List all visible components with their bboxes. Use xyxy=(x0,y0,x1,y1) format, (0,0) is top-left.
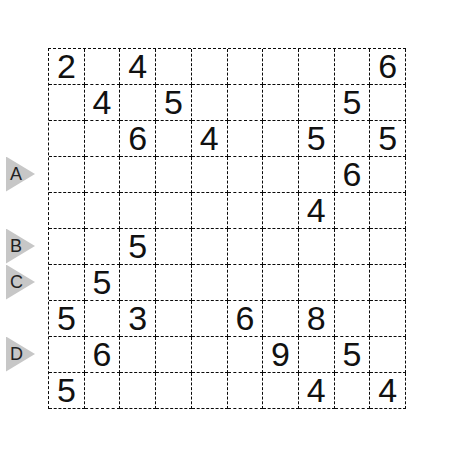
cell-r9c8[interactable] xyxy=(299,337,335,373)
answer-arrow-label: B xyxy=(10,237,22,255)
given-digit: 4 xyxy=(307,373,326,407)
cell-r7c7[interactable] xyxy=(263,265,299,301)
cell-r6c8[interactable] xyxy=(299,229,335,265)
cell-r9c10[interactable] xyxy=(370,337,406,373)
cell-r4c5[interactable] xyxy=(192,157,228,193)
cell-r7c2: 5 xyxy=(85,265,121,301)
given-digit: 5 xyxy=(128,229,147,263)
cell-r4c3[interactable] xyxy=(120,157,156,193)
cell-r1c1: 2 xyxy=(49,49,85,85)
cell-r10c6[interactable] xyxy=(228,373,264,409)
cell-r8c5[interactable] xyxy=(192,301,228,337)
cell-r1c4[interactable] xyxy=(156,49,192,85)
cell-r3c8: 5 xyxy=(299,121,335,157)
cell-r8c6: 6 xyxy=(228,301,264,337)
cell-r3c4[interactable] xyxy=(156,121,192,157)
cell-r9c7: 9 xyxy=(263,337,299,373)
cell-r2c2: 4 xyxy=(85,85,121,121)
cell-r8c1: 5 xyxy=(49,301,85,337)
cell-r7c9[interactable] xyxy=(335,265,371,301)
cell-r2c4: 5 xyxy=(156,85,192,121)
cell-r10c9[interactable] xyxy=(335,373,371,409)
cell-r2c9: 5 xyxy=(335,85,371,121)
cell-r3c9[interactable] xyxy=(335,121,371,157)
cell-r6c6[interactable] xyxy=(228,229,264,265)
cell-r3c10: 5 xyxy=(370,121,406,157)
cell-r9c6[interactable] xyxy=(228,337,264,373)
cell-r4c8[interactable] xyxy=(299,157,335,193)
cell-r1c8[interactable] xyxy=(299,49,335,85)
cell-r3c3: 6 xyxy=(120,121,156,157)
cell-r5c5[interactable] xyxy=(192,193,228,229)
cell-r3c6[interactable] xyxy=(228,121,264,157)
cell-r4c1[interactable] xyxy=(49,157,85,193)
given-digit: 4 xyxy=(307,193,326,227)
cell-r4c2[interactable] xyxy=(85,157,121,193)
given-digit: 2 xyxy=(57,49,76,83)
cell-r2c1[interactable] xyxy=(49,85,85,121)
cell-r5c2[interactable] xyxy=(85,193,121,229)
given-digit: 5 xyxy=(342,85,361,119)
given-digit: 6 xyxy=(235,301,254,335)
cell-r6c10[interactable] xyxy=(370,229,406,265)
given-digit: 4 xyxy=(378,373,397,407)
cell-r8c3: 3 xyxy=(120,301,156,337)
cell-r5c7[interactable] xyxy=(263,193,299,229)
cell-r9c4[interactable] xyxy=(156,337,192,373)
cell-r9c3[interactable] xyxy=(120,337,156,373)
cell-r8c8: 8 xyxy=(299,301,335,337)
cell-r4c9: 6 xyxy=(335,157,371,193)
given-digit: 4 xyxy=(200,121,219,155)
cell-r5c3[interactable] xyxy=(120,193,156,229)
cell-r6c7[interactable] xyxy=(263,229,299,265)
puzzle-canvas: 246455645564555368695544 ABCD xyxy=(0,0,452,457)
cell-r10c7[interactable] xyxy=(263,373,299,409)
cell-r10c3[interactable] xyxy=(120,373,156,409)
cell-r9c9: 5 xyxy=(335,337,371,373)
given-digit: 5 xyxy=(342,337,361,371)
cell-r6c3: 5 xyxy=(120,229,156,265)
cell-r8c10[interactable] xyxy=(370,301,406,337)
cell-r1c10: 6 xyxy=(370,49,406,85)
answer-arrow-label: D xyxy=(10,345,23,363)
answer-arrow-D: D xyxy=(6,337,35,372)
cell-r4c6[interactable] xyxy=(228,157,264,193)
cell-r7c1[interactable] xyxy=(49,265,85,301)
cell-r2c10[interactable] xyxy=(370,85,406,121)
cell-r5c9[interactable] xyxy=(335,193,371,229)
answer-arrow-label: C xyxy=(10,273,23,291)
cell-r10c8: 4 xyxy=(299,373,335,409)
cell-r4c4[interactable] xyxy=(156,157,192,193)
given-digit: 6 xyxy=(93,337,112,371)
answer-arrow-A: A xyxy=(6,157,35,192)
cell-r1c2[interactable] xyxy=(85,49,121,85)
given-digit: 6 xyxy=(342,157,361,191)
puzzle-grid: 246455645564555368695544 xyxy=(48,48,406,409)
cell-r1c9[interactable] xyxy=(335,49,371,85)
cell-r3c5: 4 xyxy=(192,121,228,157)
given-digit: 6 xyxy=(378,49,397,83)
given-digit: 5 xyxy=(378,121,397,155)
cell-r6c9[interactable] xyxy=(335,229,371,265)
cell-r4c10[interactable] xyxy=(370,157,406,193)
cell-r2c7[interactable] xyxy=(263,85,299,121)
cell-r7c3[interactable] xyxy=(120,265,156,301)
cell-r1c7[interactable] xyxy=(263,49,299,85)
cell-r5c4[interactable] xyxy=(156,193,192,229)
cell-r8c7[interactable] xyxy=(263,301,299,337)
given-digit: 5 xyxy=(164,85,183,119)
cell-r1c3: 4 xyxy=(120,49,156,85)
cell-r8c2[interactable] xyxy=(85,301,121,337)
cell-r5c10[interactable] xyxy=(370,193,406,229)
cell-r3c7[interactable] xyxy=(263,121,299,157)
answer-arrow-B: B xyxy=(6,229,35,264)
cell-r6c2[interactable] xyxy=(85,229,121,265)
given-digit: 9 xyxy=(271,337,290,371)
given-digit: 5 xyxy=(57,301,76,335)
given-digit: 3 xyxy=(128,301,147,335)
cell-r10c10: 4 xyxy=(370,373,406,409)
cell-r10c4[interactable] xyxy=(156,373,192,409)
answer-arrow-C: C xyxy=(6,265,35,300)
cell-r4c7[interactable] xyxy=(263,157,299,193)
cell-r8c4[interactable] xyxy=(156,301,192,337)
cell-r7c5[interactable] xyxy=(192,265,228,301)
cell-r6c5[interactable] xyxy=(192,229,228,265)
cell-r6c1[interactable] xyxy=(49,229,85,265)
cell-r7c10[interactable] xyxy=(370,265,406,301)
cell-r5c6[interactable] xyxy=(228,193,264,229)
cell-r5c8: 4 xyxy=(299,193,335,229)
cell-r2c3[interactable] xyxy=(120,85,156,121)
cell-r10c5[interactable] xyxy=(192,373,228,409)
given-digit: 4 xyxy=(93,85,112,119)
cell-r7c8[interactable] xyxy=(299,265,335,301)
cell-r5c1[interactable] xyxy=(49,193,85,229)
cell-r2c8[interactable] xyxy=(299,85,335,121)
given-digit: 5 xyxy=(57,373,76,407)
cell-r3c2[interactable] xyxy=(85,121,121,157)
given-digit: 4 xyxy=(128,49,147,83)
cell-r1c6[interactable] xyxy=(228,49,264,85)
given-digit: 5 xyxy=(93,265,112,299)
cell-r9c2: 6 xyxy=(85,337,121,373)
cell-r10c1: 5 xyxy=(49,373,85,409)
cell-r8c9[interactable] xyxy=(335,301,371,337)
cell-r7c6[interactable] xyxy=(228,265,264,301)
cell-r6c4[interactable] xyxy=(156,229,192,265)
cell-r1c5[interactable] xyxy=(192,49,228,85)
cell-r2c6[interactable] xyxy=(228,85,264,121)
cell-r2c5[interactable] xyxy=(192,85,228,121)
cell-r7c4[interactable] xyxy=(156,265,192,301)
given-digit: 6 xyxy=(128,121,147,155)
cell-r3c1[interactable] xyxy=(49,121,85,157)
answer-arrow-label: A xyxy=(10,165,22,183)
given-digit: 5 xyxy=(307,121,326,155)
given-digit: 8 xyxy=(307,301,326,335)
cell-r9c5[interactable] xyxy=(192,337,228,373)
cell-r10c2[interactable] xyxy=(85,373,121,409)
cell-r9c1[interactable] xyxy=(49,337,85,373)
